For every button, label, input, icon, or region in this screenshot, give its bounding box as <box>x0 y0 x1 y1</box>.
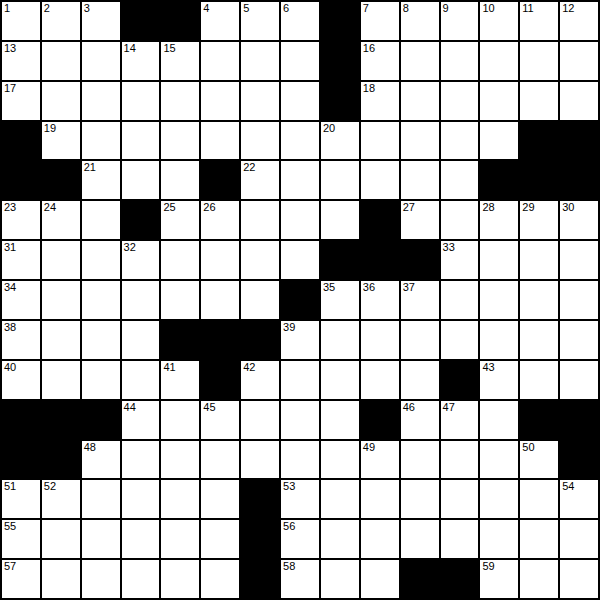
grid-cell-r1c2[interactable] <box>82 42 120 80</box>
grid-cell-r13c2[interactable] <box>82 520 120 558</box>
grid-cell-r12c9[interactable] <box>361 480 399 518</box>
grid-cell-r12c3[interactable] <box>122 480 160 518</box>
clue-number: 6 <box>283 2 289 15</box>
grid-cell-r10c10[interactable]: 46 <box>401 401 439 439</box>
grid-cell-r14c1[interactable] <box>42 560 80 598</box>
black-cell-r6c8 <box>321 241 359 279</box>
black-cell-r10c13 <box>520 401 558 439</box>
clue-number: 36 <box>363 281 375 294</box>
clue-number: 39 <box>283 321 295 334</box>
grid-cell-r4c11[interactable] <box>441 161 479 199</box>
grid-cell-r13c13[interactable] <box>520 520 558 558</box>
black-cell-r8c6 <box>241 321 279 359</box>
grid-cell-r0c1[interactable]: 2 <box>42 2 80 40</box>
grid-cell-r5c13[interactable]: 29 <box>520 201 558 239</box>
grid-cell-r11c10[interactable] <box>401 441 439 479</box>
grid-cell-r9c14[interactable] <box>560 361 598 399</box>
grid-cell-r0c10[interactable]: 8 <box>401 2 439 40</box>
grid-cell-r8c8[interactable] <box>321 321 359 359</box>
clue-number: 49 <box>363 441 375 454</box>
clue-number: 11 <box>522 2 533 15</box>
black-cell-r11c14 <box>560 441 598 479</box>
clue-number: 56 <box>283 520 295 533</box>
grid-cell-r5c6[interactable] <box>241 201 279 239</box>
grid-cell-r10c3[interactable]: 44 <box>122 401 160 439</box>
black-cell-r4c1 <box>42 161 80 199</box>
grid-cell-r1c4[interactable]: 15 <box>161 42 199 80</box>
grid-cell-r14c4[interactable] <box>161 560 199 598</box>
grid-cell-r13c7[interactable]: 56 <box>281 520 319 558</box>
clue-number: 44 <box>124 401 136 414</box>
grid-cell-r4c4[interactable] <box>161 161 199 199</box>
black-cell-r5c9 <box>361 201 399 239</box>
crossword-puzzle: 1234567891011121314151617181920212223242… <box>0 0 600 600</box>
grid-cell-r12c12[interactable] <box>480 480 518 518</box>
grid-cell-r6c4[interactable] <box>161 241 199 279</box>
grid-cell-r5c10[interactable]: 27 <box>401 201 439 239</box>
grid-cell-r9c4[interactable]: 41 <box>161 361 199 399</box>
grid-cell-r2c14[interactable] <box>560 82 598 120</box>
grid-cell-r2c7[interactable] <box>281 82 319 120</box>
clue-number: 7 <box>363 2 369 15</box>
clue-number: 24 <box>44 201 56 214</box>
grid-cell-r0c12[interactable]: 10 <box>480 2 518 40</box>
grid-cell-r2c13[interactable] <box>520 82 558 120</box>
grid-cell-r13c0[interactable]: 55 <box>2 520 40 558</box>
grid-cell-r13c4[interactable] <box>161 520 199 558</box>
grid-cell-r13c1[interactable] <box>42 520 80 558</box>
grid-cell-r1c13[interactable] <box>520 42 558 80</box>
grid-cell-r14c3[interactable] <box>122 560 160 598</box>
grid-cell-r2c3[interactable] <box>122 82 160 120</box>
grid-cell-r4c8[interactable] <box>321 161 359 199</box>
grid-cell-r8c13[interactable] <box>520 321 558 359</box>
black-cell-r4c14 <box>560 161 598 199</box>
grid-cell-r12c1[interactable]: 52 <box>42 480 80 518</box>
grid-cell-r6c14[interactable] <box>560 241 598 279</box>
clue-number: 1 <box>4 2 10 15</box>
clue-number: 3 <box>84 2 90 15</box>
clue-number: 52 <box>44 480 56 493</box>
clue-number: 51 <box>4 480 16 493</box>
grid-cell-r8c9[interactable] <box>361 321 399 359</box>
grid-cell-r3c2[interactable] <box>82 122 120 160</box>
grid-cell-r7c1[interactable] <box>42 281 80 319</box>
clue-number: 9 <box>443 2 449 15</box>
black-cell-r4c13 <box>520 161 558 199</box>
clue-number: 46 <box>403 401 415 414</box>
grid-cell-r2c9[interactable]: 18 <box>361 82 399 120</box>
clue-number: 54 <box>562 480 574 493</box>
grid-cell-r0c9[interactable]: 7 <box>361 2 399 40</box>
clue-number: 45 <box>203 401 215 414</box>
black-cell-r3c0 <box>2 122 40 160</box>
black-cell-r6c9 <box>361 241 399 279</box>
grid-cell-r13c12[interactable] <box>480 520 518 558</box>
clue-number: 42 <box>243 361 255 374</box>
grid-cell-r3c10[interactable] <box>401 122 439 160</box>
grid-cell-r1c14[interactable] <box>560 42 598 80</box>
grid-cell-r12c14[interactable]: 54 <box>560 480 598 518</box>
clue-number: 23 <box>4 201 16 214</box>
grid-cell-r6c1[interactable] <box>42 241 80 279</box>
clue-number: 4 <box>203 2 209 15</box>
grid-cell-r2c5[interactable] <box>201 82 239 120</box>
clue-number: 50 <box>522 441 534 454</box>
grid-cell-r0c6[interactable]: 5 <box>241 2 279 40</box>
grid-cell-r13c10[interactable] <box>401 520 439 558</box>
black-cell-r10c1 <box>42 401 80 439</box>
clue-number: 33 <box>443 241 455 254</box>
black-cell-r8c4 <box>161 321 199 359</box>
clue-number: 55 <box>4 520 16 533</box>
grid-cell-r1c6[interactable] <box>241 42 279 80</box>
clue-number: 16 <box>363 42 375 55</box>
grid-cell-r7c9[interactable]: 36 <box>361 281 399 319</box>
grid-cell-r13c3[interactable] <box>122 520 160 558</box>
grid-cell-r11c13[interactable]: 50 <box>520 441 558 479</box>
grid-cell-r0c14[interactable]: 12 <box>560 2 598 40</box>
black-cell-r14c6 <box>241 560 279 598</box>
grid-cell-r8c1[interactable] <box>42 321 80 359</box>
grid-cell-r3c8[interactable]: 20 <box>321 122 359 160</box>
grid-cell-r11c7[interactable] <box>281 441 319 479</box>
grid-cell-r6c7[interactable] <box>281 241 319 279</box>
black-cell-r3c14 <box>560 122 598 160</box>
black-cell-r10c0 <box>2 401 40 439</box>
grid-cell-r3c12[interactable] <box>480 122 518 160</box>
grid-cell-r13c11[interactable] <box>441 520 479 558</box>
grid-cell-r14c9[interactable] <box>361 560 399 598</box>
grid-cell-r8c10[interactable] <box>401 321 439 359</box>
grid-cell-r8c3[interactable] <box>122 321 160 359</box>
grid-cell-r11c6[interactable] <box>241 441 279 479</box>
black-cell-r6c10 <box>401 241 439 279</box>
grid-cell-r2c2[interactable] <box>82 82 120 120</box>
grid-cell-r9c8[interactable] <box>321 361 359 399</box>
grid-cell-r13c8[interactable] <box>321 520 359 558</box>
clue-number: 10 <box>482 2 494 15</box>
clue-number: 48 <box>84 441 96 454</box>
grid-cell-r5c11[interactable] <box>441 201 479 239</box>
grid-cell-r1c9[interactable]: 16 <box>361 42 399 80</box>
clue-number: 26 <box>203 201 215 214</box>
grid-cell-r13c14[interactable] <box>560 520 598 558</box>
grid-cell-r7c0[interactable]: 34 <box>2 281 40 319</box>
grid-cell-r12c5[interactable] <box>201 480 239 518</box>
black-cell-r10c14 <box>560 401 598 439</box>
clue-number: 35 <box>323 281 335 294</box>
black-cell-r1c8 <box>321 42 359 80</box>
grid-cell-r12c7[interactable]: 53 <box>281 480 319 518</box>
clue-number: 30 <box>562 201 574 214</box>
grid-cell-r2c4[interactable] <box>161 82 199 120</box>
grid-cell-r9c1[interactable] <box>42 361 80 399</box>
clue-number: 5 <box>243 2 249 15</box>
grid-cell-r12c13[interactable] <box>520 480 558 518</box>
grid-cell-r4c3[interactable] <box>122 161 160 199</box>
grid-cell-r3c5[interactable] <box>201 122 239 160</box>
clue-number: 12 <box>562 2 574 15</box>
grid-cell-r7c6[interactable] <box>241 281 279 319</box>
grid-cell-r2c11[interactable] <box>441 82 479 120</box>
clue-number: 14 <box>124 42 136 55</box>
clue-number: 25 <box>163 201 175 214</box>
grid-cell-r7c4[interactable] <box>161 281 199 319</box>
clue-number: 22 <box>243 161 255 174</box>
grid-cell-r9c6[interactable]: 42 <box>241 361 279 399</box>
black-cell-r11c1 <box>42 441 80 479</box>
grid-cell-r9c3[interactable] <box>122 361 160 399</box>
grid-cell-r7c8[interactable]: 35 <box>321 281 359 319</box>
black-cell-r4c0 <box>2 161 40 199</box>
grid-cell-r3c7[interactable] <box>281 122 319 160</box>
grid-cell-r9c13[interactable] <box>520 361 558 399</box>
grid-cell-r14c13[interactable] <box>520 560 558 598</box>
grid-cell-r1c1[interactable] <box>42 42 80 80</box>
grid-cell-r6c0[interactable]: 31 <box>2 241 40 279</box>
grid-cell-r3c4[interactable] <box>161 122 199 160</box>
grid-cell-r6c3[interactable]: 32 <box>122 241 160 279</box>
grid-cell-r5c5[interactable]: 26 <box>201 201 239 239</box>
grid-cell-r12c0[interactable]: 51 <box>2 480 40 518</box>
grid-cell-r1c5[interactable] <box>201 42 239 80</box>
grid-cell-r6c13[interactable] <box>520 241 558 279</box>
clue-number: 28 <box>482 201 494 214</box>
grid-cell-r14c2[interactable] <box>82 560 120 598</box>
black-cell-r5c3 <box>122 201 160 239</box>
grid-cell-r10c11[interactable]: 47 <box>441 401 479 439</box>
grid-cell-r8c14[interactable] <box>560 321 598 359</box>
grid-cell-r8c11[interactable] <box>441 321 479 359</box>
grid-cell-r14c14[interactable] <box>560 560 598 598</box>
grid-cell-r4c10[interactable] <box>401 161 439 199</box>
grid-cell-r0c0[interactable]: 1 <box>2 2 40 40</box>
grid-cell-r3c3[interactable] <box>122 122 160 160</box>
grid-cell-r5c2[interactable] <box>82 201 120 239</box>
grid-cell-r2c10[interactable] <box>401 82 439 120</box>
clue-number: 2 <box>44 2 50 15</box>
crossword-grid: 1234567891011121314151617181920212223242… <box>0 0 600 600</box>
clue-number: 38 <box>4 321 16 334</box>
black-cell-r12c6 <box>241 480 279 518</box>
black-cell-r10c9 <box>361 401 399 439</box>
grid-cell-r1c7[interactable] <box>281 42 319 80</box>
grid-cell-r12c11[interactable] <box>441 480 479 518</box>
grid-cell-r0c5[interactable]: 4 <box>201 2 239 40</box>
grid-cell-r12c4[interactable] <box>161 480 199 518</box>
grid-cell-r5c8[interactable] <box>321 201 359 239</box>
grid-cell-r6c2[interactable] <box>82 241 120 279</box>
grid-cell-r7c10[interactable]: 37 <box>401 281 439 319</box>
black-cell-r3c13 <box>520 122 558 160</box>
grid-cell-r9c0[interactable]: 40 <box>2 361 40 399</box>
grid-cell-r9c9[interactable] <box>361 361 399 399</box>
grid-cell-r3c11[interactable] <box>441 122 479 160</box>
grid-cell-r0c11[interactable]: 9 <box>441 2 479 40</box>
grid-cell-r7c11[interactable] <box>441 281 479 319</box>
grid-cell-r10c7[interactable] <box>281 401 319 439</box>
grid-cell-r11c3[interactable] <box>122 441 160 479</box>
clue-number: 41 <box>163 361 175 374</box>
black-cell-r2c8 <box>321 82 359 120</box>
clue-number: 27 <box>403 201 415 214</box>
grid-cell-r11c5[interactable] <box>201 441 239 479</box>
grid-cell-r11c9[interactable]: 49 <box>361 441 399 479</box>
clue-number: 13 <box>4 42 16 55</box>
black-cell-r13c6 <box>241 520 279 558</box>
grid-cell-r4c6[interactable]: 22 <box>241 161 279 199</box>
grid-cell-r13c5[interactable] <box>201 520 239 558</box>
grid-cell-r4c2[interactable]: 21 <box>82 161 120 199</box>
grid-cell-r8c12[interactable] <box>480 321 518 359</box>
clue-number: 40 <box>4 361 16 374</box>
clue-number: 53 <box>283 480 295 493</box>
grid-cell-r14c0[interactable]: 57 <box>2 560 40 598</box>
grid-cell-r11c8[interactable] <box>321 441 359 479</box>
clue-number: 19 <box>44 122 56 135</box>
grid-cell-r8c2[interactable] <box>82 321 120 359</box>
grid-cell-r1c10[interactable] <box>401 42 439 80</box>
grid-cell-r11c12[interactable] <box>480 441 518 479</box>
grid-cell-r6c5[interactable] <box>201 241 239 279</box>
grid-cell-r6c6[interactable] <box>241 241 279 279</box>
clue-number: 32 <box>124 241 136 254</box>
grid-cell-r2c1[interactable] <box>42 82 80 120</box>
grid-cell-r6c11[interactable]: 33 <box>441 241 479 279</box>
grid-cell-r10c6[interactable] <box>241 401 279 439</box>
black-cell-r9c5 <box>201 361 239 399</box>
grid-cell-r9c10[interactable] <box>401 361 439 399</box>
clue-number: 31 <box>4 241 16 254</box>
grid-cell-r9c7[interactable] <box>281 361 319 399</box>
grid-cell-r1c12[interactable] <box>480 42 518 80</box>
black-cell-r10c2 <box>82 401 120 439</box>
grid-cell-r12c8[interactable] <box>321 480 359 518</box>
black-cell-r0c8 <box>321 2 359 40</box>
clue-number: 57 <box>4 560 16 573</box>
grid-cell-r7c2[interactable] <box>82 281 120 319</box>
grid-cell-r12c10[interactable] <box>401 480 439 518</box>
grid-cell-r3c9[interactable] <box>361 122 399 160</box>
grid-cell-r11c11[interactable] <box>441 441 479 479</box>
grid-cell-r10c12[interactable] <box>480 401 518 439</box>
clue-number: 17 <box>4 82 16 95</box>
black-cell-r14c10 <box>401 560 439 598</box>
clue-number: 37 <box>403 281 415 294</box>
grid-cell-r7c5[interactable] <box>201 281 239 319</box>
grid-cell-r14c8[interactable] <box>321 560 359 598</box>
grid-cell-r14c12[interactable]: 59 <box>480 560 518 598</box>
grid-cell-r10c5[interactable]: 45 <box>201 401 239 439</box>
grid-cell-r4c7[interactable] <box>281 161 319 199</box>
grid-cell-r0c7[interactable]: 6 <box>281 2 319 40</box>
clue-number: 18 <box>363 82 375 95</box>
grid-cell-r7c12[interactable] <box>480 281 518 319</box>
grid-cell-r1c11[interactable] <box>441 42 479 80</box>
grid-cell-r2c6[interactable] <box>241 82 279 120</box>
grid-cell-r13c9[interactable] <box>361 520 399 558</box>
grid-cell-r10c8[interactable] <box>321 401 359 439</box>
grid-cell-r10c4[interactable] <box>161 401 199 439</box>
clue-number: 29 <box>522 201 534 214</box>
clue-number: 15 <box>163 42 175 55</box>
black-cell-r0c3 <box>122 2 160 40</box>
grid-cell-r0c2[interactable]: 3 <box>82 2 120 40</box>
grid-cell-r5c0[interactable]: 23 <box>2 201 40 239</box>
black-cell-r9c11 <box>441 361 479 399</box>
grid-cell-r7c14[interactable] <box>560 281 598 319</box>
grid-cell-r12c2[interactable] <box>82 480 120 518</box>
grid-cell-r5c7[interactable] <box>281 201 319 239</box>
black-cell-r14c11 <box>441 560 479 598</box>
clue-number: 59 <box>482 560 494 573</box>
black-cell-r11c0 <box>2 441 40 479</box>
grid-cell-r9c12[interactable]: 43 <box>480 361 518 399</box>
grid-cell-r7c3[interactable] <box>122 281 160 319</box>
black-cell-r0c4 <box>161 2 199 40</box>
grid-cell-r11c4[interactable] <box>161 441 199 479</box>
grid-cell-r8c0[interactable]: 38 <box>2 321 40 359</box>
grid-cell-r7c13[interactable] <box>520 281 558 319</box>
clue-number: 47 <box>443 401 455 414</box>
clue-number: 21 <box>84 161 96 174</box>
grid-cell-r3c1[interactable]: 19 <box>42 122 80 160</box>
grid-cell-r5c12[interactable]: 28 <box>480 201 518 239</box>
grid-cell-r5c1[interactable]: 24 <box>42 201 80 239</box>
clue-number: 43 <box>482 361 494 374</box>
grid-cell-r2c12[interactable] <box>480 82 518 120</box>
grid-cell-r11c2[interactable]: 48 <box>82 441 120 479</box>
grid-cell-r1c3[interactable]: 14 <box>122 42 160 80</box>
grid-cell-r14c7[interactable]: 58 <box>281 560 319 598</box>
grid-cell-r4c9[interactable] <box>361 161 399 199</box>
grid-cell-r3c6[interactable] <box>241 122 279 160</box>
grid-cell-r8c7[interactable]: 39 <box>281 321 319 359</box>
clue-number: 20 <box>323 122 335 135</box>
grid-cell-r5c14[interactable]: 30 <box>560 201 598 239</box>
clue-number: 58 <box>283 560 295 573</box>
grid-cell-r5c4[interactable]: 25 <box>161 201 199 239</box>
black-cell-r7c7 <box>281 281 319 319</box>
grid-cell-r14c5[interactable] <box>201 560 239 598</box>
black-cell-r4c12 <box>480 161 518 199</box>
clue-number: 8 <box>403 2 409 15</box>
black-cell-r8c5 <box>201 321 239 359</box>
grid-cell-r6c12[interactable] <box>480 241 518 279</box>
clue-number: 34 <box>4 281 16 294</box>
grid-cell-r9c2[interactable] <box>82 361 120 399</box>
grid-cell-r1c0[interactable]: 13 <box>2 42 40 80</box>
black-cell-r4c5 <box>201 161 239 199</box>
grid-cell-r2c0[interactable]: 17 <box>2 82 40 120</box>
grid-cell-r0c13[interactable]: 11 <box>520 2 558 40</box>
